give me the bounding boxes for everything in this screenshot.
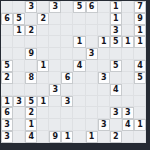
cell-r3c9-clue-5[interactable]: 5 bbox=[110, 36, 122, 48]
cell-r0c9-clue-1[interactable]: 1 bbox=[110, 1, 122, 13]
cell-r3c0-empty[interactable] bbox=[1, 36, 13, 48]
cell-r11c3-empty[interactable] bbox=[37, 131, 49, 143]
cell-r4c10-empty[interactable] bbox=[122, 48, 134, 60]
cell-r2c8-empty[interactable] bbox=[98, 25, 110, 37]
cell-r0c1-empty[interactable] bbox=[13, 1, 25, 13]
cell-r10c2-clue-1[interactable]: 1 bbox=[25, 119, 37, 131]
cell-r5c4-empty[interactable] bbox=[49, 60, 61, 72]
cell-r8c6-empty[interactable] bbox=[73, 96, 85, 108]
cell-r4c0-empty[interactable] bbox=[1, 48, 13, 60]
cell-r9c5-empty[interactable] bbox=[61, 107, 73, 119]
cell-r4c5-empty[interactable] bbox=[61, 48, 73, 60]
cell-r5c9-clue-5[interactable]: 5 bbox=[110, 60, 122, 72]
cell-r6c7-empty[interactable] bbox=[86, 72, 98, 84]
cell-r1c8-empty[interactable] bbox=[98, 13, 110, 25]
cell-r6c8-clue-3[interactable]: 3 bbox=[98, 72, 110, 84]
cell-r11c0-clue-3[interactable]: 3 bbox=[1, 131, 13, 143]
cell-r3c8-clue-1[interactable]: 1 bbox=[98, 36, 110, 48]
cell-r5c7-empty[interactable] bbox=[86, 60, 98, 72]
cell-r8c7-empty[interactable] bbox=[86, 96, 98, 108]
cell-r6c1-empty[interactable] bbox=[13, 72, 25, 84]
cell-r9c3-empty[interactable] bbox=[37, 107, 49, 119]
cell-r1c7-empty[interactable] bbox=[86, 13, 98, 25]
cell-r9c0-clue-6[interactable]: 6 bbox=[1, 107, 13, 119]
cell-r2c6-empty[interactable] bbox=[73, 25, 85, 37]
cell-r0c5-empty[interactable] bbox=[61, 1, 73, 13]
cell-r7c10-empty[interactable] bbox=[122, 84, 134, 96]
cell-r2c11-clue-1[interactable]: 1 bbox=[134, 25, 146, 37]
cell-r6c10-empty[interactable] bbox=[122, 72, 134, 84]
cell-r4c2-clue-9[interactable]: 9 bbox=[25, 48, 37, 60]
cell-r5c2-empty[interactable] bbox=[25, 60, 37, 72]
cell-r1c0-clue-6[interactable]: 6 bbox=[1, 13, 13, 25]
cell-r3c4-empty[interactable] bbox=[49, 36, 61, 48]
cell-r0c2-clue-3[interactable]: 3 bbox=[25, 1, 37, 13]
cell-r3c2-empty[interactable] bbox=[25, 36, 37, 48]
cell-r10c9-empty[interactable] bbox=[110, 119, 122, 131]
cell-r10c10-clue-4[interactable]: 4 bbox=[122, 119, 134, 131]
cell-r0c11-clue-7[interactable]: 7 bbox=[134, 1, 146, 13]
cell-r9c2-clue-2[interactable]: 2 bbox=[25, 107, 37, 119]
cell-r5c0-clue-5[interactable]: 5 bbox=[1, 60, 13, 72]
cell-r11c10-empty[interactable] bbox=[122, 131, 134, 143]
cell-r9c6-empty[interactable] bbox=[73, 107, 85, 119]
cell-r6c5-clue-6[interactable]: 6 bbox=[61, 72, 73, 84]
cell-r5c3-clue-1[interactable]: 1 bbox=[37, 60, 49, 72]
cell-r7c3-empty[interactable] bbox=[37, 84, 49, 96]
cell-r1c1-clue-5[interactable]: 5 bbox=[13, 13, 25, 25]
cell-r6c3-empty[interactable] bbox=[37, 72, 49, 84]
cell-r8c0-clue-1[interactable]: 1 bbox=[1, 96, 13, 108]
cell-r1c9-clue-1[interactable]: 1 bbox=[110, 13, 122, 25]
cell-r10c11-clue-1[interactable]: 1 bbox=[134, 119, 146, 131]
cell-r4c4-empty[interactable] bbox=[49, 48, 61, 60]
cell-r9c4-empty[interactable] bbox=[49, 107, 61, 119]
cell-r6c9-empty[interactable] bbox=[110, 72, 122, 84]
cell-r1c4-empty[interactable] bbox=[49, 13, 61, 25]
cell-r4c6-empty[interactable] bbox=[73, 48, 85, 60]
cell-r11c5-clue-1[interactable]: 1 bbox=[61, 131, 73, 143]
cell-r11c2-clue-4[interactable]: 4 bbox=[25, 131, 37, 143]
cell-r2c3-empty[interactable] bbox=[37, 25, 49, 37]
cell-r2c4-empty[interactable] bbox=[49, 25, 61, 37]
cell-r3c1-empty[interactable] bbox=[13, 36, 25, 48]
cell-r7c9-clue-4[interactable]: 4 bbox=[110, 84, 122, 96]
cell-r10c7-empty[interactable] bbox=[86, 119, 98, 131]
cell-r1c10-empty[interactable] bbox=[122, 13, 134, 25]
puzzle-board: 3356176521912311151193514542863534135136… bbox=[1, 1, 146, 143]
cell-r9c7-empty[interactable] bbox=[86, 107, 98, 119]
cell-r0c4-clue-3[interactable]: 3 bbox=[49, 1, 61, 13]
cell-r6c0-clue-2[interactable]: 2 bbox=[1, 72, 13, 84]
cell-r7c2-empty[interactable] bbox=[25, 84, 37, 96]
cell-r11c4-clue-9[interactable]: 9 bbox=[49, 131, 61, 143]
cell-r7c1-empty[interactable] bbox=[13, 84, 25, 96]
cell-r5c8-empty[interactable] bbox=[98, 60, 110, 72]
cell-r6c11-clue-5[interactable]: 5 bbox=[134, 72, 146, 84]
cell-r0c7-clue-6[interactable]: 6 bbox=[86, 1, 98, 13]
cell-r9c10-clue-3[interactable]: 3 bbox=[122, 107, 134, 119]
cell-r6c2-clue-8[interactable]: 8 bbox=[25, 72, 37, 84]
cell-r0c0-empty[interactable] bbox=[1, 1, 13, 13]
cell-r9c1-empty[interactable] bbox=[13, 107, 25, 119]
cell-r7c8-empty[interactable] bbox=[98, 84, 110, 96]
cell-r1c5-empty[interactable] bbox=[61, 13, 73, 25]
cell-r4c3-empty[interactable] bbox=[37, 48, 49, 60]
puzzle-window-frame: 3356176521912311151193514542863534135136… bbox=[0, 0, 150, 150]
cell-r4c7-clue-3[interactable]: 3 bbox=[86, 48, 98, 60]
cell-r7c11-empty[interactable] bbox=[134, 84, 146, 96]
cell-r6c4-empty[interactable] bbox=[49, 72, 61, 84]
cell-r10c8-clue-3[interactable]: 3 bbox=[98, 119, 110, 131]
cell-r11c8-empty[interactable] bbox=[98, 131, 110, 143]
cell-r3c10-clue-1[interactable]: 1 bbox=[122, 36, 134, 48]
cell-r1c3-clue-2[interactable]: 2 bbox=[37, 13, 49, 25]
cell-r9c9-clue-3[interactable]: 3 bbox=[110, 107, 122, 119]
cell-r2c7-empty[interactable] bbox=[86, 25, 98, 37]
cell-r9c11-empty[interactable] bbox=[134, 107, 146, 119]
cell-r4c11-empty[interactable] bbox=[134, 48, 146, 60]
cell-r5c11-clue-4[interactable]: 4 bbox=[134, 60, 146, 72]
cell-r5c1-empty[interactable] bbox=[13, 60, 25, 72]
cell-r8c3-clue-1[interactable]: 1 bbox=[37, 96, 49, 108]
cell-r4c9-empty[interactable] bbox=[110, 48, 122, 60]
cell-r11c6-empty[interactable] bbox=[73, 131, 85, 143]
cell-r1c2-empty[interactable] bbox=[25, 13, 37, 25]
cell-r2c1-clue-1[interactable]: 1 bbox=[13, 25, 25, 37]
cell-r2c5-empty[interactable] bbox=[61, 25, 73, 37]
cell-r8c1-clue-3[interactable]: 3 bbox=[13, 96, 25, 108]
cell-r1c6-empty[interactable] bbox=[73, 13, 85, 25]
cell-r3c5-empty[interactable] bbox=[61, 36, 73, 48]
cell-r8c11-empty[interactable] bbox=[134, 96, 146, 108]
cell-r2c9-clue-3[interactable]: 3 bbox=[110, 25, 122, 37]
cell-r8c4-empty[interactable] bbox=[49, 96, 61, 108]
cell-r10c0-clue-3[interactable]: 3 bbox=[1, 119, 13, 131]
cell-r4c1-empty[interactable] bbox=[13, 48, 25, 60]
cell-r2c0-empty[interactable] bbox=[1, 25, 13, 37]
cell-r0c10-empty[interactable] bbox=[122, 1, 134, 13]
cell-r2c2-clue-2[interactable]: 2 bbox=[25, 25, 37, 37]
cell-r7c4-clue-3[interactable]: 3 bbox=[49, 84, 61, 96]
cell-r9c8-empty[interactable] bbox=[98, 107, 110, 119]
cell-r11c9-clue-2[interactable]: 2 bbox=[110, 131, 122, 143]
cell-r8c8-empty[interactable] bbox=[98, 96, 110, 108]
cell-r8c9-empty[interactable] bbox=[110, 96, 122, 108]
cell-r5c6-clue-4[interactable]: 4 bbox=[73, 60, 85, 72]
cell-r7c7-empty[interactable] bbox=[86, 84, 98, 96]
cell-r5c5-empty[interactable] bbox=[61, 60, 73, 72]
cell-r11c7-clue-1[interactable]: 1 bbox=[86, 131, 98, 143]
cell-r7c6-empty[interactable] bbox=[73, 84, 85, 96]
cell-r3c11-clue-1[interactable]: 1 bbox=[134, 36, 146, 48]
cell-r7c5-empty[interactable] bbox=[61, 84, 73, 96]
cell-r0c8-empty[interactable] bbox=[98, 1, 110, 13]
cell-r5c10-empty[interactable] bbox=[122, 60, 134, 72]
cell-r10c3-empty[interactable] bbox=[37, 119, 49, 131]
cell-r3c3-empty[interactable] bbox=[37, 36, 49, 48]
cell-r7c0-empty[interactable] bbox=[1, 84, 13, 96]
cell-r0c3-empty[interactable] bbox=[37, 1, 49, 13]
cell-r0c6-clue-5[interactable]: 5 bbox=[73, 1, 85, 13]
cell-r10c1-empty[interactable] bbox=[13, 119, 25, 131]
cell-r3c6-clue-1[interactable]: 1 bbox=[73, 36, 85, 48]
cell-r4c8-empty[interactable] bbox=[98, 48, 110, 60]
cell-r11c1-empty[interactable] bbox=[13, 131, 25, 143]
cell-r10c4-empty[interactable] bbox=[49, 119, 61, 131]
cell-r8c10-empty[interactable] bbox=[122, 96, 134, 108]
cell-r11c11-empty[interactable] bbox=[134, 131, 146, 143]
cell-r2c10-empty[interactable] bbox=[122, 25, 134, 37]
cell-r10c5-empty[interactable] bbox=[61, 119, 73, 131]
cell-r8c2-clue-5[interactable]: 5 bbox=[25, 96, 37, 108]
cell-r10c6-empty[interactable] bbox=[73, 119, 85, 131]
cell-r6c6-empty[interactable] bbox=[73, 72, 85, 84]
cell-r8c5-clue-3[interactable]: 3 bbox=[61, 96, 73, 108]
cell-r3c7-empty[interactable] bbox=[86, 36, 98, 48]
cell-r1c11-clue-9[interactable]: 9 bbox=[134, 13, 146, 25]
